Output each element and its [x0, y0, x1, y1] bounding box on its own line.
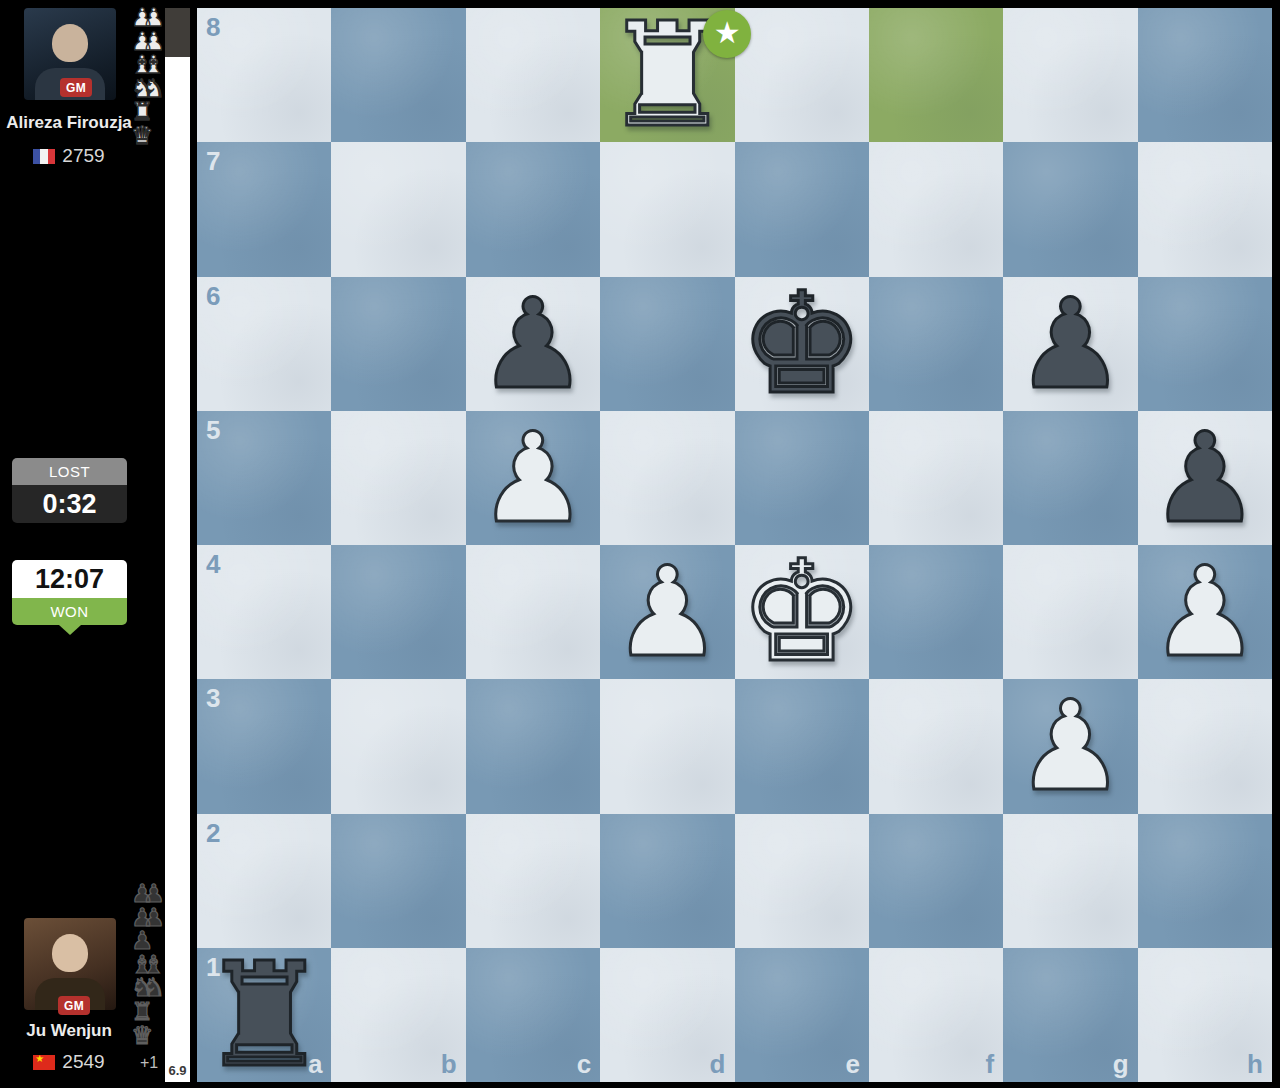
captured-pieces-top: ♟♟♟♟♝♝♞♞♜♛ — [131, 6, 167, 148]
square-e8[interactable] — [735, 8, 869, 142]
captured-piece-group: ♛ — [131, 124, 167, 148]
file-label-e: e — [845, 1051, 859, 1077]
square-g5[interactable] — [1003, 411, 1137, 545]
piece-black-pawn-h5[interactable]: ♟ — [1138, 411, 1272, 545]
square-a3[interactable]: 3 — [197, 679, 331, 813]
piece-white-pawn-c5[interactable]: ♟ — [466, 411, 600, 545]
square-g2[interactable] — [1003, 814, 1137, 948]
square-e3[interactable] — [735, 679, 869, 813]
square-g1[interactable]: g — [1003, 948, 1137, 1082]
france-flag-icon — [33, 149, 55, 164]
square-f3[interactable] — [869, 679, 1003, 813]
square-h1[interactable]: h — [1138, 948, 1272, 1082]
eval-bar-black-segment — [165, 8, 190, 57]
gm-title-badge: GM — [58, 996, 90, 1015]
square-d5[interactable] — [600, 411, 734, 545]
square-a6[interactable]: 6 — [197, 277, 331, 411]
square-h7[interactable] — [1138, 142, 1272, 276]
file-label-b: b — [441, 1051, 457, 1077]
rank-label-5: 5 — [206, 417, 220, 443]
file-label-g: g — [1113, 1051, 1129, 1077]
clock-time-bottom: 12:07 — [12, 560, 127, 598]
square-c6[interactable]: ♟ — [466, 277, 600, 411]
square-a4[interactable]: 4 — [197, 545, 331, 679]
file-label-d: d — [710, 1051, 726, 1077]
player-bottom-clock: 12:07 WON — [12, 560, 127, 625]
result-badge-won: WON — [12, 598, 127, 625]
square-c7[interactable] — [466, 142, 600, 276]
square-h5[interactable]: ♟ — [1138, 411, 1272, 545]
star-icon: ★ — [714, 18, 741, 48]
square-d4[interactable]: ♟ — [600, 545, 734, 679]
square-b7[interactable] — [331, 142, 465, 276]
player-bottom-rating: 2549 — [62, 1051, 104, 1073]
square-d6[interactable] — [600, 277, 734, 411]
square-h2[interactable] — [1138, 814, 1272, 948]
square-c2[interactable] — [466, 814, 600, 948]
best-move-star-badge: ★ — [703, 10, 751, 58]
square-c5[interactable]: ♟ — [466, 411, 600, 545]
square-f8[interactable] — [869, 8, 1003, 142]
square-f6[interactable] — [869, 277, 1003, 411]
square-a1[interactable]: 1a♜ — [197, 948, 331, 1082]
board-area: 8♜★76♟♚♟5♟♟4♟♚♟3♟21a♜bcdefgh — [197, 0, 1280, 1088]
captured-piece-group: ♛ — [131, 1024, 167, 1048]
square-h4[interactable]: ♟ — [1138, 545, 1272, 679]
square-f1[interactable]: f — [869, 948, 1003, 1082]
rank-label-4: 4 — [206, 551, 220, 577]
chess-board[interactable]: 8♜★76♟♚♟5♟♟4♟♚♟3♟21a♜bcdefgh — [197, 8, 1272, 1082]
square-d7[interactable] — [600, 142, 734, 276]
square-g8[interactable] — [1003, 8, 1137, 142]
piece-black-pawn-g6[interactable]: ♟ — [1003, 277, 1137, 411]
file-label-c: c — [577, 1051, 591, 1077]
file-label-h: h — [1247, 1051, 1263, 1077]
square-d1[interactable]: d — [600, 948, 734, 1082]
rank-label-7: 7 — [206, 148, 220, 174]
evaluation-bar: 6.9 — [165, 8, 190, 1082]
square-b6[interactable] — [331, 277, 465, 411]
rank-label-6: 6 — [206, 283, 220, 309]
avatar-silhouette — [52, 24, 88, 62]
eval-score: 6.9 — [165, 1063, 190, 1078]
square-b4[interactable] — [331, 545, 465, 679]
square-d3[interactable] — [600, 679, 734, 813]
player-top-name[interactable]: Alireza Firouzja — [0, 113, 138, 133]
square-a7[interactable]: 7 — [197, 142, 331, 276]
player-top-clock: LOST 0:32 — [12, 458, 127, 523]
square-f7[interactable] — [869, 142, 1003, 276]
square-e5[interactable] — [735, 411, 869, 545]
square-h3[interactable] — [1138, 679, 1272, 813]
square-f2[interactable] — [869, 814, 1003, 948]
game-review-screen: GM Alireza Firouzja 2759 ♟♟♟♟♝♝♞♞♜♛ LOST… — [0, 0, 1280, 1088]
square-c8[interactable] — [466, 8, 600, 142]
square-e4[interactable]: ♚ — [735, 545, 869, 679]
square-f5[interactable] — [869, 411, 1003, 545]
square-h6[interactable] — [1138, 277, 1272, 411]
clock-time-top: 0:32 — [12, 485, 127, 523]
rank-label-8: 8 — [206, 14, 220, 40]
piece-black-rook-a1[interactable]: ♜ — [197, 948, 331, 1082]
square-e6[interactable]: ♚ — [735, 277, 869, 411]
piece-white-pawn-d4[interactable]: ♟ — [600, 545, 734, 679]
rank-label-2: 2 — [206, 820, 220, 846]
square-a5[interactable]: 5 — [197, 411, 331, 545]
piece-white-king-e4[interactable]: ♚ — [735, 545, 869, 679]
square-h8[interactable] — [1138, 8, 1272, 142]
player-bottom-name[interactable]: Ju Wenjun — [0, 1021, 138, 1041]
square-d8[interactable]: ♜★ — [600, 8, 734, 142]
material-advantage: +1 — [131, 1054, 167, 1072]
piece-white-pawn-g3[interactable]: ♟ — [1003, 679, 1137, 813]
square-f4[interactable] — [869, 545, 1003, 679]
square-g4[interactable] — [1003, 545, 1137, 679]
player-bottom-rating-row: 2549 — [0, 1051, 138, 1073]
square-g3[interactable]: ♟ — [1003, 679, 1137, 813]
square-d2[interactable] — [600, 814, 734, 948]
square-e2[interactable] — [735, 814, 869, 948]
square-c3[interactable] — [466, 679, 600, 813]
square-c4[interactable] — [466, 545, 600, 679]
captured-pieces-bottom: ♟♟♟♟♟♝♝♞♞♜♛ — [131, 882, 167, 1047]
player-top-rating: 2759 — [62, 145, 104, 167]
piece-black-pawn-c6[interactable]: ♟ — [466, 277, 600, 411]
square-a2[interactable]: 2 — [197, 814, 331, 948]
square-g7[interactable] — [1003, 142, 1137, 276]
sidebar: GM Alireza Firouzja 2759 ♟♟♟♟♝♝♞♞♜♛ LOST… — [0, 0, 197, 1088]
square-b5[interactable] — [331, 411, 465, 545]
china-flag-icon — [33, 1055, 55, 1070]
square-g6[interactable]: ♟ — [1003, 277, 1137, 411]
square-e1[interactable]: e — [735, 948, 869, 1082]
square-b1[interactable]: b — [331, 948, 465, 1082]
square-b2[interactable] — [331, 814, 465, 948]
piece-white-pawn-h4[interactable]: ♟ — [1138, 545, 1272, 679]
square-b8[interactable] — [331, 8, 465, 142]
square-a8[interactable]: 8 — [197, 8, 331, 142]
square-b3[interactable] — [331, 679, 465, 813]
square-c1[interactable]: c — [466, 948, 600, 1082]
result-badge-lost: LOST — [12, 458, 127, 485]
gm-title-badge: GM — [60, 78, 92, 97]
file-label-f: f — [986, 1051, 995, 1077]
player-top-rating-row: 2759 — [0, 145, 138, 167]
piece-black-king-e6[interactable]: ♚ — [735, 277, 869, 411]
avatar-silhouette — [52, 934, 88, 972]
rank-label-3: 3 — [206, 685, 220, 711]
square-e7[interactable] — [735, 142, 869, 276]
